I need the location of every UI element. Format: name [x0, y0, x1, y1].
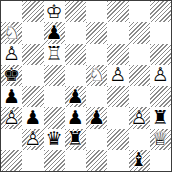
square-a5[interactable]: ♚ — [1, 65, 22, 86]
chess-diagram: ♚♔♞♘♟♟♙♜♖♚♞♘♟♙♟♙♟♟♟♙♟♟♟♟♙♜♟♙♛♜♛♕♝ — [0, 0, 172, 172]
square-d7[interactable] — [65, 22, 86, 43]
square-g2[interactable] — [129, 129, 150, 150]
square-b5[interactable] — [22, 65, 43, 86]
square-g1[interactable]: ♝ — [129, 150, 150, 171]
white-pawn: ♟♙ — [1, 107, 22, 128]
square-e3[interactable]: ♟ — [86, 107, 107, 128]
square-f6[interactable] — [107, 44, 128, 65]
square-b2[interactable]: ♟♙ — [22, 129, 43, 150]
white-pawn: ♟♙ — [1, 44, 22, 65]
square-c8[interactable]: ♚♔ — [44, 1, 65, 22]
square-b3[interactable]: ♟ — [22, 107, 43, 128]
square-a1[interactable] — [1, 150, 22, 171]
square-g5[interactable] — [129, 65, 150, 86]
square-f8[interactable] — [107, 1, 128, 22]
square-a6[interactable]: ♟♙ — [1, 44, 22, 65]
square-f4[interactable] — [107, 86, 128, 107]
black-queen: ♛ — [44, 129, 65, 150]
square-d1[interactable] — [65, 150, 86, 171]
square-h5[interactable]: ♟♙ — [150, 65, 171, 86]
square-h6[interactable] — [150, 44, 171, 65]
square-e1[interactable] — [86, 150, 107, 171]
square-d8[interactable] — [65, 1, 86, 22]
white-queen: ♛♕ — [150, 129, 171, 150]
square-g4[interactable] — [129, 86, 150, 107]
black-pawn: ♟ — [65, 107, 86, 128]
black-pawn: ♟ — [22, 107, 43, 128]
square-h7[interactable] — [150, 22, 171, 43]
square-b8[interactable] — [22, 1, 43, 22]
square-f5[interactable]: ♟♙ — [107, 65, 128, 86]
square-c6[interactable]: ♜♖ — [44, 44, 65, 65]
square-b7[interactable] — [22, 22, 43, 43]
square-a2[interactable] — [1, 129, 22, 150]
black-king: ♚ — [1, 65, 22, 86]
black-rook: ♜ — [65, 129, 86, 150]
square-e6[interactable] — [86, 44, 107, 65]
white-pawn: ♟♙ — [107, 65, 128, 86]
square-d6[interactable] — [65, 44, 86, 65]
square-c1[interactable] — [44, 150, 65, 171]
white-knight: ♞♘ — [86, 65, 107, 86]
square-g8[interactable] — [129, 1, 150, 22]
square-e5[interactable]: ♞♘ — [86, 65, 107, 86]
square-a8[interactable] — [1, 1, 22, 22]
square-b6[interactable] — [22, 44, 43, 65]
square-e8[interactable] — [86, 1, 107, 22]
square-b1[interactable] — [22, 150, 43, 171]
black-bishop: ♝ — [129, 150, 150, 171]
square-b4[interactable] — [22, 86, 43, 107]
black-rook: ♜ — [150, 107, 171, 128]
square-d4[interactable]: ♟ — [65, 86, 86, 107]
white-pawn: ♟♙ — [129, 107, 150, 128]
chess-board: ♚♔♞♘♟♟♙♜♖♚♞♘♟♙♟♙♟♟♟♙♟♟♟♟♙♜♟♙♛♜♛♕♝ — [0, 0, 172, 172]
black-pawn: ♟ — [65, 86, 86, 107]
black-pawn: ♟ — [86, 107, 107, 128]
white-king: ♚♔ — [44, 1, 65, 22]
white-knight: ♞♘ — [1, 22, 22, 43]
white-pawn: ♟♙ — [150, 65, 171, 86]
black-pawn: ♟ — [44, 22, 65, 43]
square-h8[interactable] — [150, 1, 171, 22]
square-c5[interactable] — [44, 65, 65, 86]
square-g7[interactable] — [129, 22, 150, 43]
square-h3[interactable]: ♜ — [150, 107, 171, 128]
square-a4[interactable]: ♟ — [1, 86, 22, 107]
square-c7[interactable]: ♟ — [44, 22, 65, 43]
square-d3[interactable]: ♟ — [65, 107, 86, 128]
square-d2[interactable]: ♜ — [65, 129, 86, 150]
black-pawn: ♟ — [1, 86, 22, 107]
square-c4[interactable] — [44, 86, 65, 107]
square-h2[interactable]: ♛♕ — [150, 129, 171, 150]
square-h4[interactable] — [150, 86, 171, 107]
square-e7[interactable] — [86, 22, 107, 43]
square-a3[interactable]: ♟♙ — [1, 107, 22, 128]
square-g6[interactable] — [129, 44, 150, 65]
white-pawn: ♟♙ — [22, 129, 43, 150]
square-c3[interactable] — [44, 107, 65, 128]
white-rook: ♜♖ — [44, 44, 65, 65]
square-f7[interactable] — [107, 22, 128, 43]
square-g3[interactable]: ♟♙ — [129, 107, 150, 128]
square-e4[interactable] — [86, 86, 107, 107]
square-e2[interactable] — [86, 129, 107, 150]
square-f2[interactable] — [107, 129, 128, 150]
square-a7[interactable]: ♞♘ — [1, 22, 22, 43]
square-f3[interactable] — [107, 107, 128, 128]
square-f1[interactable] — [107, 150, 128, 171]
square-h1[interactable] — [150, 150, 171, 171]
square-d5[interactable] — [65, 65, 86, 86]
square-c2[interactable]: ♛ — [44, 129, 65, 150]
